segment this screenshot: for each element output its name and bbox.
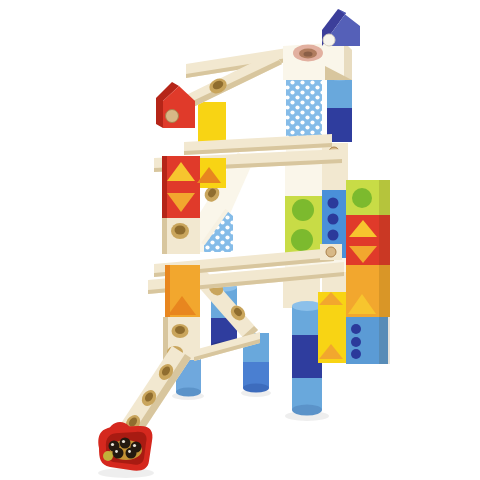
- dark-marble: [113, 448, 124, 459]
- wood-peg: [326, 247, 336, 257]
- entry-funnel-block: [283, 42, 352, 80]
- dark-marble: [126, 448, 137, 459]
- pillar-center: [292, 301, 322, 416]
- yellow-block-upper: [198, 102, 226, 145]
- yellow-marble: [103, 451, 113, 461]
- marble-tray: [98, 425, 152, 471]
- blue-roof-block: [322, 9, 360, 46]
- roof-hole: [166, 110, 179, 123]
- red-roof-block: [156, 82, 195, 128]
- roof-knob: [323, 34, 335, 46]
- pillar-top-right: [327, 72, 352, 143]
- marble-run-illustration: [0, 0, 480, 480]
- dark-marble: [120, 438, 131, 449]
- right-assembly-back: [283, 157, 348, 308]
- product-photo: [0, 0, 480, 480]
